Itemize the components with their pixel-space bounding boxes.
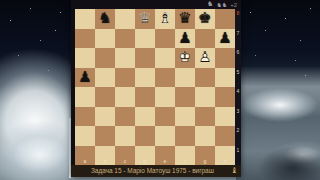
square-g3[interactable] <box>195 107 215 127</box>
knight-icon[interactable]: ♞ <box>207 1 213 8</box>
square-a3[interactable] <box>75 107 95 127</box>
square-a4[interactable] <box>75 87 95 107</box>
square-h4[interactable] <box>215 87 235 107</box>
square-c2[interactable] <box>115 126 135 146</box>
app-screen: ♞ ♞♞ +2 ♞♛♕♝♗♛♚♟♟♚♔♟♙♟ 87654321 abcdefgh… <box>0 0 320 180</box>
piece-white-B-e8[interactable]: ♗ <box>155 9 175 29</box>
square-c4[interactable] <box>115 87 135 107</box>
square-c6[interactable] <box>115 48 135 68</box>
stars-background <box>0 0 1 1</box>
piece-white-Q-d8-fill: ♛ <box>135 9 155 29</box>
rank-coordinates: 87654321 <box>235 9 241 165</box>
piece-black-N-b8[interactable]: ♞ <box>95 9 115 29</box>
piece-white-K-f6[interactable]: ♔ <box>175 48 195 68</box>
piece-white-P-g6[interactable]: ♙ <box>195 48 215 68</box>
piece-black-Q-f8[interactable]: ♛ <box>175 9 195 29</box>
square-a6[interactable] <box>75 48 95 68</box>
square-f3[interactable] <box>175 107 195 127</box>
square-e7[interactable] <box>155 29 175 49</box>
square-e6[interactable] <box>155 48 175 68</box>
square-g4[interactable] <box>195 87 215 107</box>
piece-black-P-f7[interactable]: ♟ <box>175 29 195 49</box>
rank-label-6: 6 <box>235 49 241 69</box>
bishop-icon[interactable]: ♝ <box>231 167 238 175</box>
square-c3[interactable] <box>115 107 135 127</box>
square-a1[interactable] <box>75 146 95 166</box>
rank-label-3: 3 <box>235 108 241 128</box>
piece-white-K-f6-fill: ♚ <box>175 48 195 68</box>
square-b3[interactable] <box>95 107 115 127</box>
square-d7[interactable] <box>135 29 155 49</box>
square-e3[interactable] <box>155 107 175 127</box>
square-d5[interactable] <box>135 68 155 88</box>
top-toolbar: ♞ ♞♞ +2 <box>71 0 241 9</box>
square-h3[interactable] <box>215 107 235 127</box>
problem-title: Задача 15 - Маріо Матоуш 1975 - виграш <box>80 167 224 174</box>
rank-label-4: 4 <box>235 88 241 108</box>
square-g1[interactable] <box>195 146 215 166</box>
rank-label-5: 5 <box>235 69 241 89</box>
square-d2[interactable] <box>135 126 155 146</box>
board-area: ♞♛♕♝♗♛♚♟♟♚♔♟♙♟ 87654321 abcdefgh <box>71 9 241 165</box>
square-e2[interactable] <box>155 126 175 146</box>
piece-white-Q-d8[interactable]: ♕ <box>135 9 155 29</box>
square-h7[interactable]: ♟ <box>215 29 235 49</box>
square-f4[interactable] <box>175 87 195 107</box>
square-f2[interactable] <box>175 126 195 146</box>
square-h5[interactable] <box>215 68 235 88</box>
square-g7[interactable] <box>195 29 215 49</box>
piece-white-P-g6-fill: ♟ <box>195 48 215 68</box>
square-b1[interactable] <box>95 146 115 166</box>
square-g8[interactable]: ♚ <box>195 9 215 29</box>
square-c1[interactable] <box>115 146 135 166</box>
square-g5[interactable] <box>195 68 215 88</box>
square-c5[interactable] <box>115 68 135 88</box>
counter-badge: +2 <box>230 2 237 8</box>
rank-label-2: 2 <box>235 127 241 147</box>
square-h6[interactable] <box>215 48 235 68</box>
square-d3[interactable] <box>135 107 155 127</box>
square-e1[interactable] <box>155 146 175 166</box>
chess-board[interactable]: ♞♛♕♝♗♛♚♟♟♚♔♟♙♟ <box>75 9 235 165</box>
square-d6[interactable] <box>135 48 155 68</box>
piece-black-K-g8[interactable]: ♚ <box>195 9 215 29</box>
square-b5[interactable] <box>95 68 115 88</box>
square-b8[interactable]: ♞ <box>95 9 115 29</box>
square-a5[interactable]: ♟ <box>75 68 95 88</box>
square-d4[interactable] <box>135 87 155 107</box>
square-h2[interactable] <box>215 126 235 146</box>
square-b7[interactable] <box>95 29 115 49</box>
piece-black-P-a5[interactable]: ♟ <box>75 68 95 88</box>
square-c7[interactable] <box>115 29 135 49</box>
square-g2[interactable] <box>195 126 215 146</box>
square-b2[interactable] <box>95 126 115 146</box>
piece-black-P-h7[interactable]: ♟ <box>215 29 235 49</box>
square-a2[interactable] <box>75 126 95 146</box>
rank-label-1: 1 <box>235 147 241 167</box>
square-f1[interactable] <box>175 146 195 166</box>
square-d8[interactable]: ♛♕ <box>135 9 155 29</box>
square-f8[interactable]: ♛ <box>175 9 195 29</box>
chess-app-panel: ♞ ♞♞ +2 ♞♛♕♝♗♛♚♟♟♚♔♟♙♟ 87654321 abcdefgh… <box>71 0 241 177</box>
rank-label-8: 8 <box>235 10 241 30</box>
ocean-foam-right <box>242 88 318 122</box>
square-e8[interactable]: ♝♗ <box>155 9 175 29</box>
square-h8[interactable] <box>215 9 235 29</box>
square-d1[interactable] <box>135 146 155 166</box>
square-a8[interactable] <box>75 9 95 29</box>
square-b6[interactable] <box>95 48 115 68</box>
rank-label-7: 7 <box>235 30 241 50</box>
pieces-pair-icon[interactable]: ♞♞ <box>216 1 227 8</box>
square-e4[interactable] <box>155 87 175 107</box>
square-g6[interactable]: ♟♙ <box>195 48 215 68</box>
square-h1[interactable] <box>215 146 235 166</box>
square-b4[interactable] <box>95 87 115 107</box>
piece-white-B-e8-fill: ♝ <box>155 9 175 29</box>
square-e5[interactable] <box>155 68 175 88</box>
square-f7[interactable]: ♟ <box>175 29 195 49</box>
square-f5[interactable] <box>175 68 195 88</box>
status-bar: Задача 15 - Маріо Матоуш 1975 - виграш ♝ <box>71 165 241 177</box>
square-a7[interactable] <box>75 29 95 49</box>
square-f6[interactable]: ♚♔ <box>175 48 195 68</box>
square-c8[interactable] <box>115 9 135 29</box>
